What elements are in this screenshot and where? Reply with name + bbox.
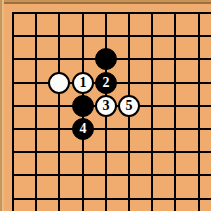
grid-vline: [12, 12, 14, 211]
move-number-label: 3: [103, 99, 110, 113]
board-frame-left-edge: [0, 0, 4, 211]
grid-vline: [151, 12, 153, 211]
stone-white-5[interactable]: 5: [118, 95, 140, 117]
grid-hline: [12, 12, 211, 14]
stone-black-2[interactable]: 2: [95, 72, 117, 94]
grid-vline: [35, 12, 37, 211]
stone-black-4[interactable]: 4: [72, 118, 94, 140]
go-board: 12354: [0, 0, 211, 211]
grid-vline: [58, 12, 60, 211]
stone-white-1[interactable]: 1: [72, 72, 94, 94]
move-number-label: 1: [80, 76, 87, 90]
move-number-label: 2: [103, 76, 110, 90]
grid-vline: [198, 12, 200, 211]
stone-white-3[interactable]: 3: [95, 95, 117, 117]
grid-hline: [12, 128, 211, 130]
move-number-label: 4: [80, 122, 87, 136]
stone-white-C16[interactable]: [48, 72, 70, 94]
grid-hline: [12, 198, 211, 200]
board-frame-top-edge: [0, 0, 211, 4]
grid-hline: [12, 174, 211, 176]
stone-black-E17[interactable]: [95, 48, 117, 70]
grid-hline: [12, 151, 211, 153]
grid-vline: [174, 12, 176, 211]
grid-hline: [12, 35, 211, 37]
stone-black-D15[interactable]: [72, 95, 94, 117]
move-number-label: 5: [126, 99, 133, 113]
